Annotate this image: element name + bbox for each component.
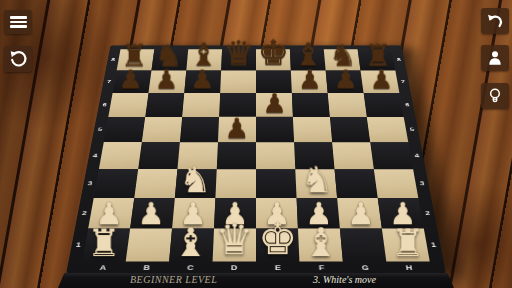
file-label-e: E — [256, 261, 300, 274]
white-rook[interactable]: ♜ — [386, 224, 429, 262]
square-b1[interactable] — [126, 229, 172, 262]
square-c6[interactable] — [182, 93, 220, 117]
square-h7[interactable]: ♟ — [361, 70, 400, 93]
square-d3[interactable] — [215, 169, 256, 198]
square-g5[interactable] — [330, 117, 370, 142]
white-bishop[interactable]: ♝ — [169, 222, 212, 261]
black-pawn[interactable]: ♟ — [292, 67, 328, 93]
square-d7[interactable] — [220, 70, 256, 93]
white-bishop[interactable]: ♝ — [299, 222, 342, 261]
undo-button[interactable] — [481, 8, 509, 34]
square-a1[interactable]: ♜ — [82, 229, 130, 262]
chess-app-screen: 87654321 87654321 ♜♞♝♛♚♝♞♜♟♟♟♟♟♟♟♟♞♞♟♟♟♟… — [0, 0, 512, 288]
player-button[interactable] — [481, 45, 509, 71]
square-h6[interactable] — [364, 93, 404, 117]
hint-button[interactable] — [481, 83, 509, 109]
square-f1[interactable]: ♝ — [298, 229, 343, 262]
white-knight[interactable]: ♞ — [175, 162, 216, 198]
square-a4[interactable] — [99, 142, 142, 169]
level-label: BEGINNER LEVEL — [130, 274, 217, 285]
black-pawn[interactable]: ♟ — [218, 115, 256, 143]
black-pawn[interactable]: ♟ — [256, 90, 293, 117]
undo-arrow-icon — [485, 11, 505, 31]
rotate-board-icon — [8, 49, 28, 69]
black-queen[interactable]: ♛ — [221, 36, 256, 70]
square-h4[interactable] — [370, 142, 413, 169]
menu-button[interactable] — [4, 10, 32, 34]
square-f6[interactable] — [292, 93, 330, 117]
square-a3[interactable] — [94, 169, 138, 198]
square-g4[interactable] — [332, 142, 374, 169]
square-h3[interactable] — [374, 169, 418, 198]
square-b5[interactable] — [142, 117, 182, 142]
square-e8[interactable]: ♚ — [256, 49, 291, 70]
black-pawn[interactable]: ♟ — [184, 67, 220, 93]
white-pawn[interactable]: ♟ — [340, 198, 382, 229]
square-g2[interactable]: ♟ — [337, 198, 382, 229]
file-label-c: C — [168, 261, 213, 274]
square-g3[interactable] — [335, 169, 378, 198]
black-pawn[interactable]: ♟ — [113, 67, 149, 93]
square-b4[interactable] — [138, 142, 180, 169]
white-pawn[interactable]: ♟ — [130, 198, 172, 229]
square-c3[interactable]: ♞ — [175, 169, 217, 198]
square-g6[interactable] — [328, 93, 367, 117]
square-e3[interactable] — [256, 169, 297, 198]
file-label-h: H — [386, 261, 432, 274]
square-c7[interactable]: ♟ — [184, 70, 221, 93]
square-e5[interactable] — [256, 117, 294, 142]
square-a7[interactable]: ♟ — [113, 70, 152, 93]
move-status: 3. White's move — [313, 274, 376, 285]
square-f3[interactable]: ♞ — [295, 169, 337, 198]
white-queen[interactable]: ♛ — [213, 219, 256, 261]
square-c1[interactable]: ♝ — [169, 229, 214, 262]
file-label-b: B — [124, 261, 169, 274]
black-pawn[interactable]: ♟ — [148, 67, 184, 93]
square-d4[interactable] — [217, 142, 256, 169]
file-label-f: F — [299, 261, 344, 274]
square-a5[interactable] — [104, 117, 145, 142]
square-h1[interactable]: ♜ — [382, 229, 430, 262]
black-pawn[interactable]: ♟ — [364, 67, 400, 93]
black-king[interactable]: ♚ — [256, 36, 291, 71]
board-grid[interactable]: ♜♞♝♛♚♝♞♜♟♟♟♟♟♟♟♟♞♞♟♟♟♟♟♟♟♟♜♝♛♚♝♜ — [82, 49, 429, 261]
square-b6[interactable] — [145, 93, 184, 117]
square-d5[interactable]: ♟ — [218, 117, 256, 142]
square-e4[interactable] — [256, 142, 295, 169]
square-g1[interactable] — [340, 229, 386, 262]
square-d1[interactable]: ♛ — [213, 229, 256, 262]
square-b3[interactable] — [134, 169, 177, 198]
square-e6[interactable]: ♟ — [256, 93, 293, 117]
white-knight[interactable]: ♞ — [297, 162, 338, 198]
file-label-g: G — [343, 261, 388, 274]
square-e1[interactable]: ♚ — [256, 229, 299, 262]
file-labels: ABCDEFGH — [80, 261, 432, 274]
rotate-board-button[interactable] — [4, 46, 32, 72]
white-king[interactable]: ♚ — [256, 218, 299, 261]
player-icon — [485, 48, 505, 68]
file-label-d: D — [212, 261, 256, 274]
chess-board: 87654321 87654321 ♜♞♝♛♚♝♞♜♟♟♟♟♟♟♟♟♞♞♟♟♟♟… — [66, 45, 446, 274]
square-b7[interactable]: ♟ — [148, 70, 186, 93]
hamburger-menu-icon — [10, 16, 27, 28]
square-g7[interactable]: ♟ — [326, 70, 364, 93]
square-f7[interactable]: ♟ — [291, 70, 328, 93]
square-c5[interactable] — [180, 117, 219, 142]
file-label-a: A — [80, 261, 126, 274]
square-h5[interactable] — [367, 117, 408, 142]
board-front-face: BEGINNER LEVEL 3. White's move — [58, 273, 454, 288]
square-d8[interactable]: ♛ — [221, 49, 256, 70]
lightbulb-icon — [485, 86, 505, 106]
white-rook[interactable]: ♜ — [82, 224, 125, 262]
square-a6[interactable] — [108, 93, 148, 117]
black-pawn[interactable]: ♟ — [328, 67, 364, 93]
square-f5[interactable] — [293, 117, 332, 142]
